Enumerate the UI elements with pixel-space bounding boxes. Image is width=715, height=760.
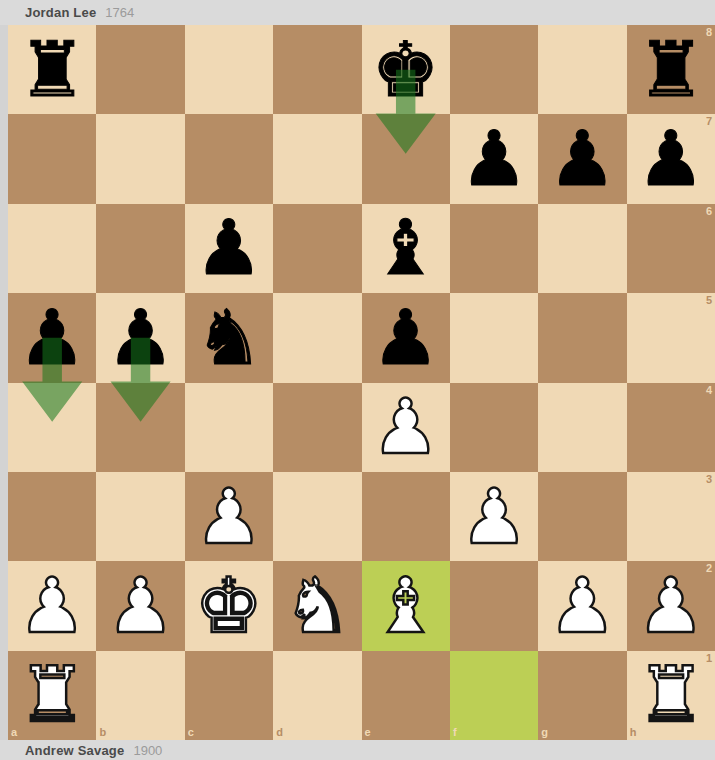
black-bishop-e6[interactable]: ♝: [372, 210, 440, 286]
square-g5[interactable]: [538, 293, 626, 382]
square-f7[interactable]: ♟: [450, 114, 538, 203]
square-d6[interactable]: [273, 204, 361, 293]
square-g4[interactable]: [538, 383, 626, 472]
white-king-c2[interactable]: ♚: [195, 568, 263, 644]
square-a7[interactable]: [8, 114, 96, 203]
square-a5[interactable]: ♟: [8, 293, 96, 382]
square-d5[interactable]: [273, 293, 361, 382]
square-a1[interactable]: ♜a: [8, 651, 96, 740]
square-d3[interactable]: [273, 472, 361, 561]
white-knight-d2[interactable]: ♞: [283, 568, 351, 644]
square-b1[interactable]: b: [96, 651, 184, 740]
square-b5[interactable]: ♟: [96, 293, 184, 382]
file-label-d: d: [276, 726, 283, 738]
square-c8[interactable]: [185, 25, 273, 114]
square-c5[interactable]: ♞: [185, 293, 273, 382]
square-f1[interactable]: f: [450, 651, 538, 740]
square-b8[interactable]: [96, 25, 184, 114]
top-player-rating: 1764: [105, 5, 134, 20]
square-d4[interactable]: [273, 383, 361, 472]
file-label-f: f: [453, 726, 457, 738]
black-pawn-e5[interactable]: ♟: [372, 300, 440, 376]
square-d8[interactable]: [273, 25, 361, 114]
square-d1[interactable]: d: [273, 651, 361, 740]
bottom-player-rating: 1900: [133, 743, 162, 758]
player-bar-bottom: Andrew Savage 1900: [0, 740, 715, 760]
file-label-e: e: [365, 726, 371, 738]
square-d2[interactable]: ♞: [273, 561, 361, 650]
white-pawn-g2[interactable]: ♟: [548, 568, 616, 644]
white-pawn-c3[interactable]: ♟: [195, 479, 263, 555]
white-pawn-a2[interactable]: ♟: [18, 568, 86, 644]
square-a3[interactable]: [8, 472, 96, 561]
square-a4[interactable]: [8, 383, 96, 472]
square-f8[interactable]: [450, 25, 538, 114]
square-h5[interactable]: 5: [627, 293, 715, 382]
square-g6[interactable]: [538, 204, 626, 293]
square-e5[interactable]: ♟: [362, 293, 450, 382]
square-g1[interactable]: g: [538, 651, 626, 740]
rank-label-4: 4: [706, 384, 712, 396]
white-pawn-f3[interactable]: ♟: [460, 479, 528, 555]
square-d7[interactable]: [273, 114, 361, 203]
square-g2[interactable]: ♟: [538, 561, 626, 650]
black-pawn-g7[interactable]: ♟: [548, 121, 616, 197]
player-bar-top: Jordan Lee 1764: [0, 0, 715, 25]
square-f2[interactable]: [450, 561, 538, 650]
square-h7[interactable]: ♟7: [627, 114, 715, 203]
black-rook-a8[interactable]: ♜: [18, 32, 86, 108]
square-e7[interactable]: [362, 114, 450, 203]
file-label-a: a: [11, 726, 17, 738]
square-b2[interactable]: ♟: [96, 561, 184, 650]
square-b6[interactable]: [96, 204, 184, 293]
square-e3[interactable]: [362, 472, 450, 561]
rank-label-7: 7: [706, 115, 712, 127]
rank-label-1: 1: [706, 652, 712, 664]
file-label-b: b: [99, 726, 106, 738]
square-f3[interactable]: ♟: [450, 472, 538, 561]
black-pawn-c6[interactable]: ♟: [195, 210, 263, 286]
black-pawn-a5[interactable]: ♟: [18, 300, 86, 376]
white-rook-h1[interactable]: ♜: [637, 657, 705, 733]
black-rook-h8[interactable]: ♜: [637, 32, 705, 108]
square-e8[interactable]: ♚: [362, 25, 450, 114]
board-container: ♜♚♜8♟♟♟7♟♝6♟♟♞♟5♟4♟♟3♟♟♚♞♝♟♟2♜abcdefg♜h1: [8, 25, 715, 740]
rank-label-2: 2: [706, 562, 712, 574]
file-label-c: c: [188, 726, 194, 738]
square-c4[interactable]: [185, 383, 273, 472]
top-player-name: Jordan Lee: [25, 5, 96, 20]
square-f5[interactable]: [450, 293, 538, 382]
square-c3[interactable]: ♟: [185, 472, 273, 561]
square-f4[interactable]: [450, 383, 538, 472]
file-label-g: g: [541, 726, 548, 738]
white-pawn-e4[interactable]: ♟: [372, 389, 440, 465]
white-pawn-b2[interactable]: ♟: [106, 568, 174, 644]
white-pawn-h2[interactable]: ♟: [637, 568, 705, 644]
square-h2[interactable]: ♟2: [627, 561, 715, 650]
black-king-e8[interactable]: ♚: [372, 32, 440, 108]
rank-label-5: 5: [706, 294, 712, 306]
white-rook-a1[interactable]: ♜: [18, 657, 86, 733]
square-e1[interactable]: e: [362, 651, 450, 740]
square-c7[interactable]: [185, 114, 273, 203]
bottom-player-name: Andrew Savage: [25, 743, 124, 758]
black-pawn-h7[interactable]: ♟: [637, 121, 705, 197]
black-pawn-b5[interactable]: ♟: [106, 300, 174, 376]
square-h1[interactable]: ♜h1: [627, 651, 715, 740]
square-h8[interactable]: ♜8: [627, 25, 715, 114]
square-a8[interactable]: ♜: [8, 25, 96, 114]
square-g8[interactable]: [538, 25, 626, 114]
square-f6[interactable]: [450, 204, 538, 293]
square-g3[interactable]: [538, 472, 626, 561]
square-b3[interactable]: [96, 472, 184, 561]
file-label-h: h: [630, 726, 637, 738]
square-a6[interactable]: [8, 204, 96, 293]
square-h4[interactable]: 4: [627, 383, 715, 472]
square-a2[interactable]: ♟: [8, 561, 96, 650]
square-c6[interactable]: ♟: [185, 204, 273, 293]
square-e6[interactable]: ♝: [362, 204, 450, 293]
black-pawn-f7[interactable]: ♟: [460, 121, 528, 197]
square-b4[interactable]: [96, 383, 184, 472]
chess-board[interactable]: ♜♚♜8♟♟♟7♟♝6♟♟♞♟5♟4♟♟3♟♟♚♞♝♟♟2♜abcdefg♜h1: [8, 25, 715, 740]
white-bishop-e2[interactable]: ♝: [372, 568, 440, 644]
square-c2[interactable]: ♚: [185, 561, 273, 650]
square-c1[interactable]: c: [185, 651, 273, 740]
black-knight-c5[interactable]: ♞: [195, 300, 263, 376]
square-h3[interactable]: 3: [627, 472, 715, 561]
rank-label-3: 3: [706, 473, 712, 485]
square-e4[interactable]: ♟: [362, 383, 450, 472]
square-b7[interactable]: [96, 114, 184, 203]
square-h6[interactable]: 6: [627, 204, 715, 293]
square-g7[interactable]: ♟: [538, 114, 626, 203]
rank-label-6: 6: [706, 205, 712, 217]
rank-label-8: 8: [706, 26, 712, 38]
square-e2[interactable]: ♝: [362, 561, 450, 650]
